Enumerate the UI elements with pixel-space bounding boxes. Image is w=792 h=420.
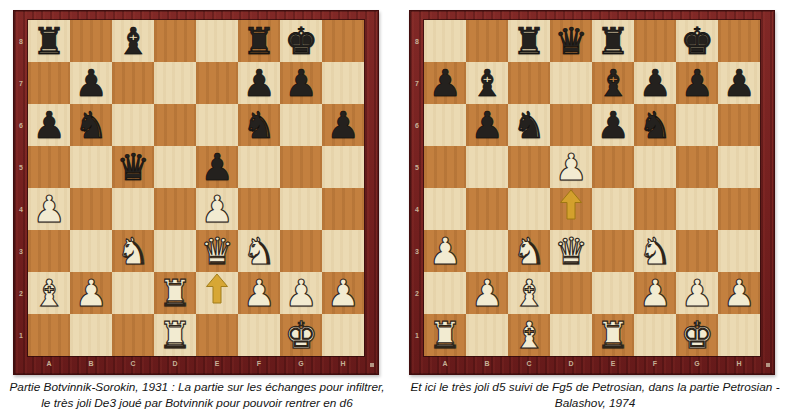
- square-f5: [634, 146, 676, 188]
- square-h8: [322, 20, 364, 62]
- square-a3: [28, 230, 70, 272]
- file-label-f: F: [238, 356, 280, 374]
- frame-maker-mark: [370, 363, 374, 367]
- square-d2: [550, 272, 592, 314]
- rank-label-1: 1: [410, 314, 424, 356]
- black-pawn-e5: ♟: [196, 146, 238, 188]
- white-pawn-g2: ♟: [280, 272, 322, 314]
- square-g6: [280, 104, 322, 146]
- black-rook-c8: ♜: [508, 20, 550, 62]
- white-rook-e1: ♜: [592, 314, 634, 356]
- square-d3: [154, 230, 196, 272]
- file-label-c: C: [508, 356, 550, 374]
- square-d3: ♛: [550, 230, 592, 272]
- file-label-b: B: [70, 356, 112, 374]
- square-a6: [424, 104, 466, 146]
- square-b2: ♟: [466, 272, 508, 314]
- white-knight-c3: ♞: [508, 230, 550, 272]
- square-f2: ♟: [634, 272, 676, 314]
- square-b6: ♞: [70, 104, 112, 146]
- rank-label-6: 6: [14, 104, 28, 146]
- chessboard-petrosian-balashov: 87654321 ♜♛♜♚♟♝♝♟♟♟♟♞♟♞♟♟♞♛♞♟♝♟♟♟♜♝♜♚ AB…: [409, 10, 775, 375]
- square-b8: [466, 20, 508, 62]
- file-labels: ABCDEFGH: [424, 356, 760, 374]
- rank-label-3: 3: [14, 230, 28, 272]
- black-queen-c5: ♛: [112, 146, 154, 188]
- square-h1: [322, 314, 364, 356]
- square-h4: [718, 188, 760, 230]
- white-king-g1: ♚: [676, 314, 718, 356]
- square-h4: [322, 188, 364, 230]
- rank-label-5: 5: [410, 146, 424, 188]
- file-label-h: H: [718, 356, 760, 374]
- square-g8: ♚: [280, 20, 322, 62]
- rank-label-7: 7: [410, 62, 424, 104]
- square-e1: [196, 314, 238, 356]
- square-b4: [70, 188, 112, 230]
- rank-label-6: 6: [410, 104, 424, 146]
- square-g1: ♚: [280, 314, 322, 356]
- white-pawn-f2: ♟: [634, 272, 676, 314]
- black-pawn-f7: ♟: [238, 62, 280, 104]
- square-g5: [676, 146, 718, 188]
- black-pawn-h6: ♟: [322, 104, 364, 146]
- square-a2: [424, 272, 466, 314]
- rank-label-8: 8: [14, 20, 28, 62]
- square-c5: ♛: [112, 146, 154, 188]
- white-pawn-e4: ♟: [196, 188, 238, 230]
- black-bishop-e7: ♝: [592, 62, 634, 104]
- square-e4: [592, 188, 634, 230]
- square-f1: [238, 314, 280, 356]
- square-g3: [280, 230, 322, 272]
- rank-label-2: 2: [14, 272, 28, 314]
- black-knight-f6: ♞: [238, 104, 280, 146]
- square-f3: ♞: [634, 230, 676, 272]
- square-g7: ♟: [676, 62, 718, 104]
- square-h2: ♟: [718, 272, 760, 314]
- square-e7: ♝: [592, 62, 634, 104]
- square-h1: [718, 314, 760, 356]
- black-king-g8: ♚: [280, 20, 322, 62]
- square-c6: ♞: [508, 104, 550, 146]
- file-labels: ABCDEFGH: [28, 356, 364, 374]
- black-pawn-e6: ♟: [592, 104, 634, 146]
- square-f7: ♟: [238, 62, 280, 104]
- black-knight-b6: ♞: [70, 104, 112, 146]
- square-h8: [718, 20, 760, 62]
- square-h7: ♟: [718, 62, 760, 104]
- square-f2: ♟: [238, 272, 280, 314]
- black-pawn-h7: ♟: [718, 62, 760, 104]
- square-g5: [280, 146, 322, 188]
- square-d6: [154, 104, 196, 146]
- white-queen-e3: ♛: [196, 230, 238, 272]
- square-c4: [112, 188, 154, 230]
- rank-label-8: 8: [410, 20, 424, 62]
- square-a5: [424, 146, 466, 188]
- rank-label-2: 2: [410, 272, 424, 314]
- square-a4: [424, 188, 466, 230]
- file-label-a: A: [28, 356, 70, 374]
- square-b3: [70, 230, 112, 272]
- square-b5: [70, 146, 112, 188]
- black-knight-c6: ♞: [508, 104, 550, 146]
- square-c3: ♞: [508, 230, 550, 272]
- square-e6: [196, 104, 238, 146]
- square-d1: ♜: [154, 314, 196, 356]
- white-bishop-a2: ♝: [28, 272, 70, 314]
- file-label-e: E: [196, 356, 238, 374]
- square-f8: ♜: [238, 20, 280, 62]
- white-queen-d3: ♛: [550, 230, 592, 272]
- board-squares: ♜♛♜♚♟♝♝♟♟♟♟♞♟♞♟♟♞♛♞♟♝♟♟♟♜♝♜♚: [424, 20, 760, 356]
- square-a7: [28, 62, 70, 104]
- square-c2: [112, 272, 154, 314]
- white-bishop-c2: ♝: [508, 272, 550, 314]
- square-f7: ♟: [634, 62, 676, 104]
- square-h5: [718, 146, 760, 188]
- black-pawn-g7: ♟: [280, 62, 322, 104]
- file-label-g: G: [676, 356, 718, 374]
- square-h2: ♟: [322, 272, 364, 314]
- square-e8: [196, 20, 238, 62]
- square-h6: ♟: [322, 104, 364, 146]
- square-f1: [634, 314, 676, 356]
- square-b2: ♟: [70, 272, 112, 314]
- square-b1: [466, 314, 508, 356]
- square-d5: ♟: [550, 146, 592, 188]
- square-g4: [676, 188, 718, 230]
- square-h3: [718, 230, 760, 272]
- file-label-d: D: [154, 356, 196, 374]
- square-e6: ♟: [592, 104, 634, 146]
- square-b3: [466, 230, 508, 272]
- square-a7: ♟: [424, 62, 466, 104]
- square-c5: [508, 146, 550, 188]
- square-c3: ♞: [112, 230, 154, 272]
- square-g3: [676, 230, 718, 272]
- square-c2: ♝: [508, 272, 550, 314]
- square-d6: [550, 104, 592, 146]
- white-pawn-b2: ♟: [466, 272, 508, 314]
- black-bishop-b7: ♝: [466, 62, 508, 104]
- caption-botvinnik-sorokin: Partie Botvinnik-Sorokin, 1931 : La part…: [8, 379, 386, 411]
- board-squares: ♜♝♜♚♟♟♟♟♞♞♟♛♟♟♟♞♛♞♝♟♜♟♟♟♜♚: [28, 20, 364, 356]
- rank-label-4: 4: [410, 188, 424, 230]
- square-c8: ♜: [508, 20, 550, 62]
- square-a1: [28, 314, 70, 356]
- square-d1: [550, 314, 592, 356]
- black-pawn-b6: ♟: [466, 104, 508, 146]
- white-knight-f3: ♞: [238, 230, 280, 272]
- white-pawn-g2: ♟: [676, 272, 718, 314]
- square-a6: ♟: [28, 104, 70, 146]
- square-e5: ♟: [196, 146, 238, 188]
- square-g8: ♚: [676, 20, 718, 62]
- rank-labels: 87654321: [14, 20, 28, 356]
- square-e2: [592, 272, 634, 314]
- square-e8: ♜: [592, 20, 634, 62]
- rank-label-4: 4: [14, 188, 28, 230]
- square-g7: ♟: [280, 62, 322, 104]
- square-d8: ♛: [550, 20, 592, 62]
- square-h6: [718, 104, 760, 146]
- white-knight-c3: ♞: [112, 230, 154, 272]
- square-f6: ♞: [634, 104, 676, 146]
- frame-maker-mark: [766, 363, 770, 367]
- square-b8: [70, 20, 112, 62]
- square-a3: ♟: [424, 230, 466, 272]
- square-b7: ♝: [466, 62, 508, 104]
- square-e5: [592, 146, 634, 188]
- black-rook-f8: ♜: [238, 20, 280, 62]
- rank-labels: 87654321: [410, 20, 424, 356]
- square-a5: [28, 146, 70, 188]
- square-h3: [322, 230, 364, 272]
- square-e3: [592, 230, 634, 272]
- square-g2: ♟: [676, 272, 718, 314]
- rank-label-7: 7: [14, 62, 28, 104]
- white-pawn-a4: ♟: [28, 188, 70, 230]
- square-d7: [550, 62, 592, 104]
- caption-petrosian-balashov: Et ici le très joli d5 suivi de Fg5 de P…: [404, 379, 786, 411]
- square-e1: ♜: [592, 314, 634, 356]
- move-arrow-d4-d5: [560, 190, 582, 220]
- file-label-e: E: [592, 356, 634, 374]
- square-g1: ♚: [676, 314, 718, 356]
- square-g2: ♟: [280, 272, 322, 314]
- black-rook-e8: ♜: [592, 20, 634, 62]
- square-f3: ♞: [238, 230, 280, 272]
- white-pawn-f2: ♟: [238, 272, 280, 314]
- square-d4: [154, 188, 196, 230]
- square-e3: ♛: [196, 230, 238, 272]
- square-b4: [466, 188, 508, 230]
- square-h5: [322, 146, 364, 188]
- white-pawn-a3: ♟: [424, 230, 466, 272]
- black-pawn-b7: ♟: [70, 62, 112, 104]
- chessboard-botvinnik-sorokin: 87654321 ♜♝♜♚♟♟♟♟♞♞♟♛♟♟♟♞♛♞♝♟♜♟♟♟♜♚ ABCD…: [13, 10, 379, 375]
- white-rook-d1: ♜: [154, 314, 196, 356]
- square-g4: [280, 188, 322, 230]
- square-c1: ♝: [508, 314, 550, 356]
- file-label-h: H: [322, 356, 364, 374]
- square-a1: ♜: [424, 314, 466, 356]
- black-rook-a8: ♜: [28, 20, 70, 62]
- square-c7: [112, 62, 154, 104]
- file-label-a: A: [424, 356, 466, 374]
- square-a4: ♟: [28, 188, 70, 230]
- square-c6: [112, 104, 154, 146]
- file-label-b: B: [466, 356, 508, 374]
- square-d7: [154, 62, 196, 104]
- black-pawn-a7: ♟: [424, 62, 466, 104]
- square-a8: ♜: [28, 20, 70, 62]
- black-pawn-g7: ♟: [676, 62, 718, 104]
- square-b1: [70, 314, 112, 356]
- square-c4: [508, 188, 550, 230]
- square-d5: [154, 146, 196, 188]
- square-d2: ♜: [154, 272, 196, 314]
- square-b6: ♟: [466, 104, 508, 146]
- square-b7: ♟: [70, 62, 112, 104]
- square-a8: [424, 20, 466, 62]
- black-knight-f6: ♞: [634, 104, 676, 146]
- square-c7: [508, 62, 550, 104]
- black-queen-d8: ♛: [550, 20, 592, 62]
- black-pawn-a6: ♟: [28, 104, 70, 146]
- rank-label-3: 3: [410, 230, 424, 272]
- square-f4: [238, 188, 280, 230]
- square-h7: [322, 62, 364, 104]
- rank-label-1: 1: [14, 314, 28, 356]
- file-label-g: G: [280, 356, 322, 374]
- square-d8: [154, 20, 196, 62]
- square-f6: ♞: [238, 104, 280, 146]
- white-pawn-h2: ♟: [322, 272, 364, 314]
- black-pawn-f7: ♟: [634, 62, 676, 104]
- white-rook-a1: ♜: [424, 314, 466, 356]
- square-c1: [112, 314, 154, 356]
- white-bishop-c1: ♝: [508, 314, 550, 356]
- square-f4: [634, 188, 676, 230]
- white-pawn-h2: ♟: [718, 272, 760, 314]
- square-c8: ♝: [112, 20, 154, 62]
- square-a2: ♝: [28, 272, 70, 314]
- square-e7: [196, 62, 238, 104]
- file-label-c: C: [112, 356, 154, 374]
- square-f8: [634, 20, 676, 62]
- file-label-f: F: [634, 356, 676, 374]
- white-knight-f3: ♞: [634, 230, 676, 272]
- white-rook-d2: ♜: [154, 272, 196, 314]
- file-label-d: D: [550, 356, 592, 374]
- white-pawn-b2: ♟: [70, 272, 112, 314]
- white-king-g1: ♚: [280, 314, 322, 356]
- black-bishop-c8: ♝: [112, 20, 154, 62]
- square-e4: ♟: [196, 188, 238, 230]
- move-arrow-e2-e3: [206, 274, 228, 304]
- square-f5: [238, 146, 280, 188]
- rank-label-5: 5: [14, 146, 28, 188]
- white-pawn-d5: ♟: [550, 146, 592, 188]
- square-b5: [466, 146, 508, 188]
- black-king-g8: ♚: [676, 20, 718, 62]
- square-g6: [676, 104, 718, 146]
